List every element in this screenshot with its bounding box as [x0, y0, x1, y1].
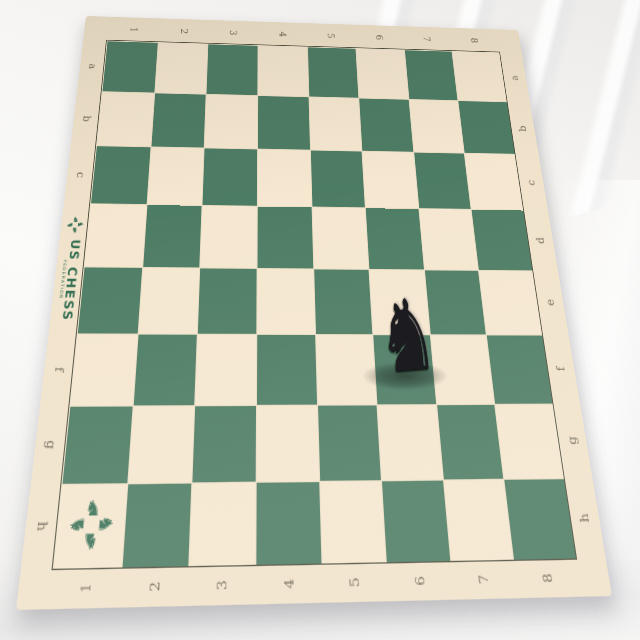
- square-g1[interactable]: [62, 406, 132, 483]
- photo-scene: 1234567812345678abcfghabcdefgh ♞♞♞♞ US C…: [0, 0, 640, 640]
- square-c1[interactable]: [91, 146, 150, 204]
- square-h2[interactable]: [122, 483, 191, 567]
- square-d2[interactable]: [143, 205, 202, 267]
- knight-emblem-glyph: ♞: [72, 216, 79, 223]
- square-f1[interactable]: [70, 334, 137, 405]
- square-b4[interactable]: [258, 96, 310, 150]
- square-b6[interactable]: [359, 99, 413, 152]
- square-f7[interactable]: [431, 335, 495, 404]
- coordinate-label: g: [565, 436, 579, 445]
- coordinate-label: h: [577, 512, 592, 521]
- square-g2[interactable]: [128, 406, 194, 483]
- square-e4[interactable]: [257, 268, 314, 333]
- square-h8[interactable]: [505, 479, 576, 560]
- coordinate-label: 8: [468, 38, 479, 44]
- coordinate-label: 2: [178, 28, 189, 34]
- square-c4[interactable]: [258, 150, 312, 207]
- square-d6[interactable]: [366, 209, 424, 269]
- coordinate-label: 3: [215, 580, 230, 590]
- square-a1[interactable]: [102, 41, 157, 92]
- square-e3[interactable]: [198, 268, 256, 334]
- square-g4[interactable]: [257, 405, 319, 481]
- four-knights-emblem-icon: ♞♞♞♞: [64, 214, 86, 234]
- coordinate-label: b: [517, 125, 529, 131]
- coordinate-label: h: [34, 521, 50, 531]
- square-e1[interactable]: [78, 267, 142, 333]
- square-g3[interactable]: [193, 406, 256, 483]
- square-c2[interactable]: [147, 148, 204, 206]
- square-a8[interactable]: [453, 52, 507, 102]
- coordinate-label: g: [43, 440, 58, 449]
- board-grid: [54, 41, 576, 568]
- square-a4[interactable]: [258, 46, 308, 97]
- square-c7[interactable]: [414, 153, 471, 209]
- square-b1[interactable]: [97, 92, 154, 147]
- square-d7[interactable]: [419, 209, 478, 269]
- square-f5[interactable]: [316, 335, 377, 405]
- square-f8[interactable]: [487, 335, 552, 404]
- square-f2[interactable]: [133, 334, 197, 405]
- square-d5[interactable]: [312, 208, 369, 269]
- coordinate-label: c: [74, 171, 87, 177]
- square-h7[interactable]: [444, 480, 514, 561]
- square-a5[interactable]: [308, 47, 359, 98]
- square-f4[interactable]: [257, 335, 317, 405]
- coordinate-label: 6: [374, 35, 385, 41]
- coordinate-label: d: [534, 237, 547, 244]
- square-d3[interactable]: [200, 206, 256, 267]
- coordinate-label: 1: [128, 27, 140, 33]
- coordinate-label: f: [52, 366, 66, 371]
- square-g5[interactable]: [318, 405, 381, 481]
- square-g7[interactable]: [437, 405, 504, 480]
- square-b2[interactable]: [151, 93, 206, 147]
- square-a7[interactable]: [405, 50, 458, 100]
- coordinate-label: a: [509, 75, 521, 81]
- square-h5[interactable]: [320, 481, 386, 563]
- coordinate-label: 7: [476, 574, 491, 584]
- square-c3[interactable]: [203, 149, 257, 207]
- square-a3[interactable]: [207, 44, 258, 95]
- square-d4[interactable]: [257, 207, 312, 268]
- square-h3[interactable]: [190, 483, 256, 566]
- coordinate-label: 5: [326, 33, 337, 39]
- square-c6[interactable]: [363, 152, 419, 209]
- coordinate-label: 1: [78, 583, 94, 594]
- coordinate-label: 6: [412, 576, 427, 586]
- square-h6[interactable]: [382, 480, 450, 562]
- square-e2[interactable]: [138, 267, 199, 333]
- square-d8[interactable]: [472, 210, 532, 270]
- knight-emblem-glyph: ♞: [68, 515, 88, 535]
- coordinate-label: 2: [147, 581, 163, 592]
- chess-board: 1234567812345678abcfghabcdefgh ♞♞♞♞ US C…: [16, 16, 612, 610]
- square-c5[interactable]: [310, 151, 365, 208]
- square-e8[interactable]: [479, 270, 542, 334]
- coordinate-label: c: [525, 179, 537, 185]
- coordinate-label: f: [554, 366, 567, 371]
- coordinate-label: 7: [421, 36, 432, 42]
- square-g8[interactable]: [496, 404, 564, 478]
- square-b5[interactable]: [309, 97, 362, 151]
- square-e5[interactable]: [314, 269, 373, 334]
- square-h4[interactable]: [256, 482, 321, 565]
- square-c8[interactable]: [465, 154, 523, 210]
- square-d1[interactable]: [85, 205, 147, 267]
- square-b3[interactable]: [205, 95, 257, 149]
- square-a2[interactable]: [155, 43, 208, 94]
- square-b8[interactable]: [459, 101, 515, 154]
- coordinate-label: 4: [282, 579, 297, 589]
- coordinate-label: 8: [540, 573, 555, 583]
- black-knight-piece[interactable]: ♞: [376, 283, 440, 388]
- square-a6[interactable]: [356, 49, 408, 99]
- coordinate-label: 3: [228, 30, 239, 36]
- square-b7[interactable]: [409, 100, 464, 153]
- square-g6[interactable]: [378, 405, 443, 480]
- coordinate-label: 4: [277, 31, 288, 37]
- coordinate-label: e: [544, 299, 557, 306]
- coordinate-label: a: [86, 63, 98, 69]
- coordinate-label: 5: [347, 577, 362, 587]
- coordinate-label: b: [80, 115, 93, 121]
- square-f3[interactable]: [195, 334, 256, 405]
